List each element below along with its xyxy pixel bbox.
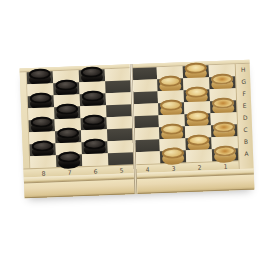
dark-square — [29, 119, 55, 132]
dark-square — [133, 115, 159, 128]
light-square — [105, 68, 131, 81]
dark-square — [160, 150, 186, 163]
dark-square — [209, 76, 235, 89]
dark-square — [212, 148, 238, 161]
dark-square — [53, 82, 79, 95]
dark-square — [28, 95, 54, 108]
dark-square — [56, 154, 82, 167]
dark-square — [54, 106, 80, 119]
dark-square — [105, 80, 131, 93]
product-photo: HGFEDCBA 87654321 — [0, 0, 270, 270]
black-checker[interactable] — [58, 151, 81, 169]
dark-square — [107, 128, 133, 141]
rank-label-a: A — [239, 148, 254, 161]
dark-square — [27, 71, 53, 84]
dark-square — [131, 67, 157, 80]
dark-square — [184, 113, 210, 126]
light-square — [132, 103, 158, 116]
dark-square — [158, 102, 184, 115]
dark-square — [185, 137, 211, 150]
rank-label-b: B — [238, 136, 253, 149]
light-square — [133, 127, 159, 140]
light-square — [82, 153, 108, 166]
dark-square — [106, 104, 132, 117]
dark-square — [55, 130, 81, 143]
rank-label-e: E — [237, 100, 252, 113]
light-square — [106, 92, 132, 105]
light-square — [30, 155, 56, 168]
box-groove — [24, 174, 254, 184]
dark-square — [183, 65, 209, 78]
light-square — [186, 149, 212, 162]
rank-label-d: D — [237, 112, 252, 125]
rank-label-g: G — [236, 76, 251, 89]
rank-label-f: F — [237, 88, 252, 101]
light-square — [107, 140, 133, 153]
dark-square — [133, 139, 159, 152]
light-square — [131, 79, 157, 92]
dark-square — [108, 152, 134, 165]
dark-square — [79, 69, 105, 82]
dark-square — [81, 141, 107, 154]
dark-square — [211, 124, 237, 137]
wooden-checker[interactable] — [162, 147, 185, 165]
rank-label-h: H — [236, 64, 251, 77]
dark-square — [184, 89, 210, 102]
dark-square — [132, 91, 158, 104]
dark-square — [159, 126, 185, 139]
checkers-board: HGFEDCBA 87654321 — [20, 60, 255, 199]
wooden-checker[interactable] — [214, 145, 237, 163]
rank-label-c: C — [238, 124, 253, 137]
dark-square — [80, 93, 106, 106]
dark-square — [81, 117, 107, 130]
dark-square — [30, 143, 56, 156]
light-square — [134, 151, 160, 164]
dark-square — [157, 78, 183, 91]
dark-square — [210, 100, 236, 113]
light-square — [107, 116, 133, 129]
